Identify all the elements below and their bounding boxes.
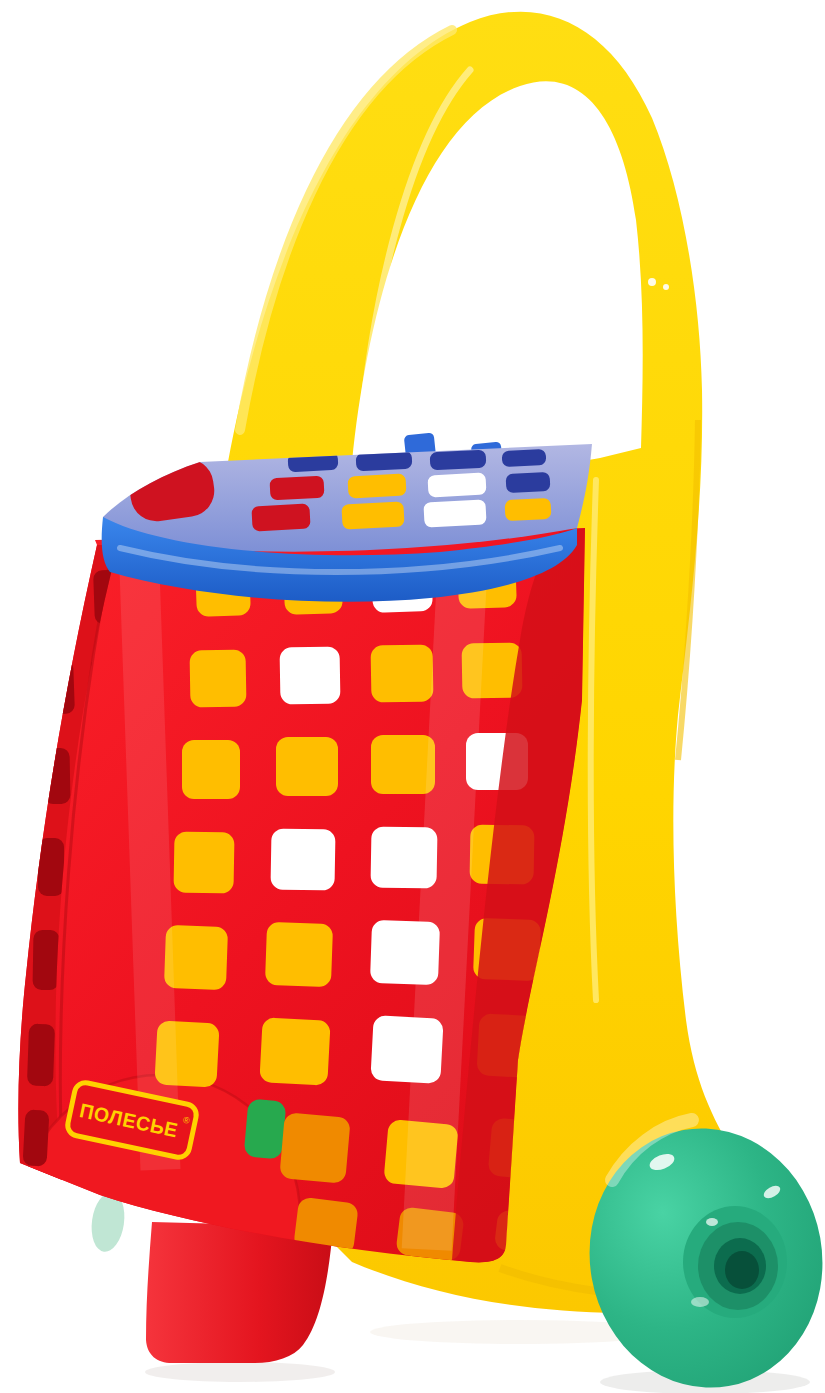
foot: [146, 1222, 333, 1363]
basket-hole: [279, 1112, 351, 1184]
toy-trolley-illustration: ПОЛЕСЬЕ ®: [0, 0, 825, 1393]
lid-hole: [506, 472, 551, 493]
basket-side-hole: [38, 838, 64, 896]
product-photo: ПОЛЕСЬЕ ®: [0, 0, 825, 1393]
lid-hole: [502, 449, 547, 467]
basket-hole: [173, 831, 234, 893]
lid-hole: [347, 473, 406, 498]
basket-hole: [190, 650, 247, 708]
lid-hole: [427, 472, 486, 497]
basket-hole: [276, 737, 338, 796]
basket-hole: [182, 740, 240, 799]
lid-hole: [251, 503, 310, 531]
lid-hole: [430, 450, 487, 471]
basket-hole: [371, 644, 434, 702]
axle-hole-shadow: [725, 1251, 759, 1289]
basket-side-hole: [23, 1109, 50, 1166]
basket-side-hole: [32, 930, 59, 990]
basket-hole: [265, 922, 333, 987]
basket-hole: [371, 735, 435, 794]
basket-hole: [270, 828, 335, 890]
basket-side-hole: [27, 1024, 55, 1087]
basket-hole: [244, 1098, 287, 1159]
basket-hole: [280, 646, 341, 704]
lid-hole: [504, 498, 551, 521]
lid-hole: [423, 499, 486, 527]
lid-hole: [269, 476, 324, 501]
lid-hole: [341, 501, 404, 529]
basket-hole: [259, 1017, 330, 1085]
